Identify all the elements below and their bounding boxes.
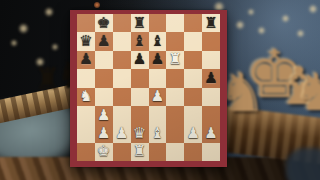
orange-bokeh-dot bbox=[94, 2, 100, 8]
square-d1[interactable]: ♜ bbox=[131, 143, 149, 161]
black-pawn[interactable]: ♟ bbox=[133, 52, 146, 67]
square-c3[interactable] bbox=[113, 106, 131, 124]
square-g7[interactable] bbox=[184, 32, 202, 50]
square-e3[interactable] bbox=[149, 106, 167, 124]
black-pawn[interactable]: ♟ bbox=[204, 71, 217, 86]
black-bishop[interactable]: ♝ bbox=[151, 34, 164, 49]
square-f6[interactable]: ♜ bbox=[166, 51, 184, 69]
white-pawn[interactable]: ♟ bbox=[151, 89, 164, 104]
black-bishop[interactable]: ♝ bbox=[133, 34, 146, 49]
square-a2[interactable] bbox=[77, 124, 95, 142]
square-e2[interactable]: ♝ bbox=[149, 124, 167, 142]
square-f8[interactable] bbox=[166, 14, 184, 32]
square-g8[interactable] bbox=[184, 14, 202, 32]
square-g1[interactable] bbox=[184, 143, 202, 161]
square-b3[interactable]: ♟ bbox=[95, 106, 113, 124]
square-a8[interactable] bbox=[77, 14, 95, 32]
white-pawn[interactable]: ♟ bbox=[115, 126, 128, 141]
square-h5[interactable]: ♟ bbox=[202, 69, 220, 87]
square-c7[interactable] bbox=[113, 32, 131, 50]
white-queen[interactable]: ♛ bbox=[133, 126, 146, 141]
square-c1[interactable] bbox=[113, 143, 131, 161]
square-h7[interactable] bbox=[202, 32, 220, 50]
square-h4[interactable] bbox=[202, 88, 220, 106]
square-e6[interactable]: ♟ bbox=[149, 51, 167, 69]
square-f7[interactable] bbox=[166, 32, 184, 50]
square-g5[interactable] bbox=[184, 69, 202, 87]
square-h1[interactable] bbox=[202, 143, 220, 161]
black-pawn[interactable]: ♟ bbox=[151, 52, 164, 67]
blue-fabric bbox=[286, 148, 320, 180]
square-g4[interactable] bbox=[184, 88, 202, 106]
chess-board: ♚♜♜♛♟♝♝♟♟♟♜♟♞♟♟♟♟♛♝♟♟♚♜ bbox=[77, 14, 220, 161]
square-b5[interactable] bbox=[95, 69, 113, 87]
square-d8[interactable]: ♜ bbox=[131, 14, 149, 32]
white-bishop[interactable]: ♝ bbox=[151, 126, 164, 141]
square-h2[interactable]: ♟ bbox=[202, 124, 220, 142]
square-f3[interactable] bbox=[166, 106, 184, 124]
square-f2[interactable] bbox=[166, 124, 184, 142]
bokeh-light bbox=[248, 9, 254, 15]
bokeh-light bbox=[19, 24, 28, 33]
white-pawn[interactable]: ♟ bbox=[97, 108, 110, 123]
square-e4[interactable]: ♟ bbox=[149, 88, 167, 106]
square-h8[interactable]: ♜ bbox=[202, 14, 220, 32]
square-a5[interactable] bbox=[77, 69, 95, 87]
square-b7[interactable]: ♟ bbox=[95, 32, 113, 50]
black-king[interactable]: ♚ bbox=[97, 16, 110, 31]
square-d4[interactable] bbox=[131, 88, 149, 106]
square-e7[interactable]: ♝ bbox=[149, 32, 167, 50]
square-d7[interactable]: ♝ bbox=[131, 32, 149, 50]
white-pawn[interactable]: ♟ bbox=[186, 126, 199, 141]
wooden-piece-statues: ♞ ♚ ♝ ♞ bbox=[218, 36, 320, 140]
statue-knight: ♞ bbox=[294, 66, 320, 118]
square-e5[interactable] bbox=[149, 69, 167, 87]
white-rook[interactable]: ♜ bbox=[169, 52, 182, 67]
square-d3[interactable] bbox=[131, 106, 149, 124]
square-a3[interactable] bbox=[77, 106, 95, 124]
square-c6[interactable] bbox=[113, 51, 131, 69]
black-pawn[interactable]: ♟ bbox=[79, 52, 92, 67]
square-b2[interactable]: ♟ bbox=[95, 124, 113, 142]
square-f4[interactable] bbox=[166, 88, 184, 106]
white-pawn[interactable]: ♟ bbox=[204, 126, 217, 141]
square-h6[interactable] bbox=[202, 51, 220, 69]
bokeh-light bbox=[11, 40, 17, 46]
square-e8[interactable] bbox=[149, 14, 167, 32]
black-pawn[interactable]: ♟ bbox=[97, 34, 110, 49]
square-f5[interactable] bbox=[166, 69, 184, 87]
bokeh-light bbox=[309, 5, 317, 13]
square-c5[interactable] bbox=[113, 69, 131, 87]
square-a7[interactable]: ♛ bbox=[77, 32, 95, 50]
bokeh-light bbox=[45, 8, 53, 16]
square-b8[interactable]: ♚ bbox=[95, 14, 113, 32]
square-c4[interactable] bbox=[113, 88, 131, 106]
square-g3[interactable] bbox=[184, 106, 202, 124]
bokeh-light bbox=[258, 27, 265, 34]
square-d5[interactable] bbox=[131, 69, 149, 87]
square-g2[interactable]: ♟ bbox=[184, 124, 202, 142]
black-rook[interactable]: ♜ bbox=[133, 16, 146, 31]
square-c2[interactable]: ♟ bbox=[113, 124, 131, 142]
chess-board-frame: ♚♜♜♛♟♝♝♟♟♟♜♟♞♟♟♟♟♛♝♟♟♚♜ bbox=[70, 10, 227, 167]
square-a6[interactable]: ♟ bbox=[77, 51, 95, 69]
square-d2[interactable]: ♛ bbox=[131, 124, 149, 142]
square-a1[interactable] bbox=[77, 143, 95, 161]
white-pawn[interactable]: ♟ bbox=[97, 126, 110, 141]
white-rook[interactable]: ♜ bbox=[133, 144, 146, 159]
square-b4[interactable] bbox=[95, 88, 113, 106]
bokeh-light bbox=[236, 21, 244, 29]
square-a4[interactable]: ♞ bbox=[77, 88, 95, 106]
white-knight[interactable]: ♞ bbox=[79, 89, 92, 104]
square-f1[interactable] bbox=[166, 143, 184, 161]
square-b1[interactable]: ♚ bbox=[95, 143, 113, 161]
white-king[interactable]: ♚ bbox=[97, 144, 110, 159]
black-rook[interactable]: ♜ bbox=[204, 16, 217, 31]
thumbnail-scene: ♜ ♞ ♞ ♚ ♝ ♞ ♚♜♜♛♟♝♝♟♟♟♜♟♞♟♟♟♟♛♝♟♟♚♜ bbox=[0, 0, 320, 180]
square-h3[interactable] bbox=[202, 106, 220, 124]
square-g6[interactable] bbox=[184, 51, 202, 69]
square-c8[interactable] bbox=[113, 14, 131, 32]
black-queen[interactable]: ♛ bbox=[79, 34, 92, 49]
bokeh-light bbox=[282, 15, 289, 22]
square-d6[interactable]: ♟ bbox=[131, 51, 149, 69]
square-e1[interactable] bbox=[149, 143, 167, 161]
square-b6[interactable] bbox=[95, 51, 113, 69]
